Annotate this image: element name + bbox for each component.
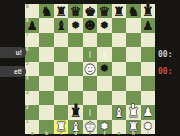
square-f6[interactable] [97, 47, 111, 61]
square-h1[interactable]: h♜ [126, 120, 140, 134]
piece-black-king[interactable]: ♚ [84, 5, 96, 18]
square-h7[interactable] [126, 33, 140, 47]
file-label-g: g [118, 132, 121, 136]
square-a1[interactable]: 1a [25, 120, 39, 134]
player-clock: 00: [158, 68, 172, 76]
ghost-marker-f6 [103, 51, 106, 58]
piece-black-knight[interactable]: ♞ [41, 5, 53, 18]
square-f5[interactable]: ✹ [97, 62, 111, 76]
square-b8[interactable] [39, 18, 53, 32]
square-c2[interactable] [54, 105, 68, 119]
rank-label-3: 3 [26, 91, 29, 96]
square-d5[interactable] [68, 62, 82, 76]
file-label-b: b [45, 132, 48, 136]
square-g4[interactable] [112, 76, 126, 90]
piece-black-queen[interactable]: ♛ [70, 5, 82, 18]
square-e6[interactable] [83, 47, 97, 61]
square-c1[interactable]: c♜ [54, 120, 68, 134]
square-d7[interactable] [68, 33, 82, 47]
app-background: 9♞♜♛♚♛♜♞♜8♟♝✹☻✹♟765☻✹432♜♝♜♟1abc♜d♝e♚f✹g… [0, 0, 180, 135]
piece-black-cannon[interactable]: ♜ [70, 106, 82, 119]
piece-white-pawn[interactable]: ♟ [142, 106, 153, 118]
file-label-a: a [31, 132, 34, 136]
piece-black-bishop[interactable]: ♝ [55, 19, 67, 32]
piece-black-star[interactable]: ✹ [71, 20, 80, 31]
square-f7[interactable] [97, 33, 111, 47]
square-c5[interactable] [54, 62, 68, 76]
square-b3[interactable] [39, 91, 53, 105]
square-a5[interactable]: 5 [25, 62, 39, 76]
square-f4[interactable] [97, 76, 111, 90]
chess-board[interactable]: 9♞♜♛♚♛♜♞♜8♟♝✹☻✹♟765☻✹432♜♝♜♟1abc♜d♝e♚f✹g… [25, 4, 155, 134]
square-e3[interactable] [83, 91, 97, 105]
piece-white-bishop[interactable]: ♝ [113, 106, 125, 119]
square-g1[interactable]: g [112, 120, 126, 134]
rank-label-5: 5 [26, 62, 29, 67]
square-b9[interactable]: ♞ [39, 4, 53, 18]
square-c7[interactable] [54, 33, 68, 47]
file-label-f: f [104, 132, 106, 136]
square-g3[interactable] [112, 91, 126, 105]
square-e2[interactable] [83, 105, 97, 119]
square-e5[interactable]: ☻ [83, 62, 97, 76]
square-d2[interactable]: ♜ [68, 105, 82, 119]
square-a7[interactable]: 7 [25, 33, 39, 47]
side-button-bottom[interactable]: et! [0, 66, 26, 77]
square-f2[interactable] [97, 105, 111, 119]
rank-label-8: 8 [26, 19, 29, 24]
square-c3[interactable] [54, 91, 68, 105]
square-i6[interactable] [141, 47, 155, 61]
file-label-h: h [132, 132, 135, 136]
square-e7[interactable] [83, 33, 97, 47]
square-h6[interactable] [126, 47, 140, 61]
square-c9[interactable]: ♜ [54, 4, 68, 18]
piece-black-cannon[interactable]: ♜ [142, 5, 154, 18]
piece-black-queen[interactable]: ♛ [99, 5, 111, 18]
square-d9[interactable]: ♛ [68, 4, 82, 18]
opponent-clock: 00: [158, 51, 172, 59]
square-i5[interactable] [141, 62, 155, 76]
file-label-d: d [74, 132, 77, 136]
square-i7[interactable] [141, 33, 155, 47]
piece-black-rook[interactable]: ♜ [55, 5, 67, 18]
square-h8[interactable] [126, 18, 140, 32]
piece-black-face[interactable]: ☻ [85, 20, 96, 31]
rank-label-7: 7 [26, 33, 29, 38]
piece-black-star[interactable]: ✹ [100, 20, 109, 31]
square-g2[interactable]: ♝ [112, 105, 126, 119]
square-h4[interactable] [126, 76, 140, 90]
square-i1[interactable]: i✹ [141, 120, 155, 134]
square-a4[interactable]: 4 [25, 76, 39, 90]
square-a6[interactable]: 6 [25, 47, 39, 61]
square-e4[interactable] [83, 76, 97, 90]
square-i9[interactable]: ♜ [141, 4, 155, 18]
square-b2[interactable] [39, 105, 53, 119]
square-f1[interactable]: f✹ [97, 120, 111, 134]
square-a2[interactable]: 2 [25, 105, 39, 119]
square-e1[interactable]: e♚ [83, 120, 97, 134]
piece-black-rook[interactable]: ♜ [113, 5, 125, 18]
square-c4[interactable] [54, 76, 68, 90]
square-i3[interactable] [141, 91, 155, 105]
file-label-c: c [60, 132, 63, 136]
file-label-e: e [89, 132, 92, 136]
ghost-marker-e6 [89, 51, 92, 58]
square-g8[interactable] [112, 18, 126, 32]
square-a3[interactable]: 3 [25, 91, 39, 105]
square-d1[interactable]: d♝ [68, 120, 82, 134]
piece-black-knight[interactable]: ♞ [128, 5, 140, 18]
square-f8[interactable]: ✹ [97, 18, 111, 32]
square-h9[interactable]: ♞ [126, 4, 140, 18]
square-g6[interactable] [112, 47, 126, 61]
square-i8[interactable]: ♟ [141, 18, 155, 32]
rank-label-9: 9 [26, 5, 29, 10]
square-e8[interactable]: ☻ [83, 18, 97, 32]
file-label-i: i [147, 132, 148, 136]
square-f9[interactable]: ♛ [97, 4, 111, 18]
square-f3[interactable] [97, 91, 111, 105]
piece-black-pawn[interactable]: ♟ [142, 20, 153, 32]
square-c8[interactable]: ♝ [54, 18, 68, 32]
square-g5[interactable] [112, 62, 126, 76]
piece-white-face[interactable]: ☻ [85, 64, 96, 75]
side-button-top[interactable]: u! [0, 47, 26, 58]
rank-label-4: 4 [26, 77, 29, 82]
square-d8[interactable]: ✹ [68, 18, 82, 32]
ghost-marker-e2 [89, 109, 92, 116]
square-b1[interactable]: b [39, 120, 53, 134]
square-e9[interactable]: ♚ [83, 4, 97, 18]
rank-label-2: 2 [26, 106, 29, 111]
rank-label-1: 1 [26, 120, 29, 125]
square-g9[interactable]: ♜ [112, 4, 126, 18]
piece-black-star[interactable]: ✹ [100, 63, 109, 74]
square-d6[interactable] [68, 47, 82, 61]
square-a8[interactable]: 8♟ [25, 18, 39, 32]
piece-white-cannon[interactable]: ♜ [128, 106, 140, 119]
square-d4[interactable] [68, 76, 82, 90]
square-a9[interactable]: 9 [25, 4, 39, 18]
square-b6[interactable] [39, 47, 53, 61]
square-g7[interactable] [112, 33, 126, 47]
square-b7[interactable] [39, 33, 53, 47]
rank-label-6: 6 [26, 48, 29, 53]
square-i4[interactable] [141, 76, 155, 90]
square-c6[interactable] [54, 47, 68, 61]
square-h2[interactable]: ♜ [126, 105, 140, 119]
square-b5[interactable] [39, 62, 53, 76]
square-h5[interactable] [126, 62, 140, 76]
square-b4[interactable] [39, 76, 53, 90]
square-i2[interactable]: ♟ [141, 105, 155, 119]
